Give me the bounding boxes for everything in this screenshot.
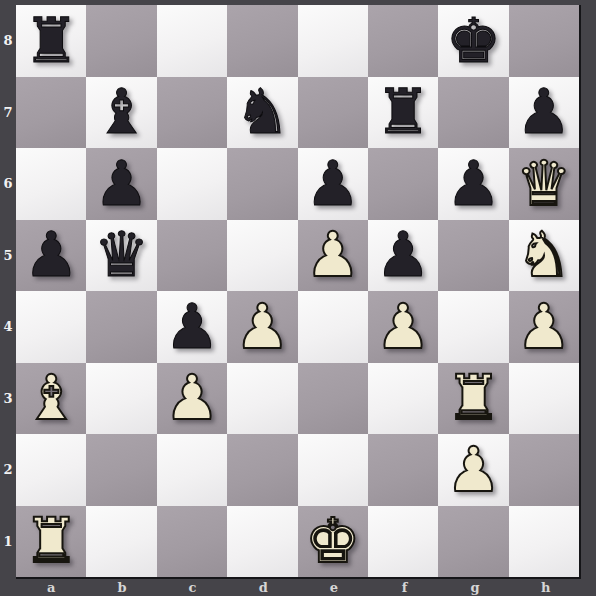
square-c7[interactable] [157,77,227,149]
file-labels: abcdefgh [16,579,581,596]
rank-label-8: 8 [0,5,16,77]
piece-white-pawn[interactable]: ♟ [516,296,572,358]
square-b8[interactable] [86,5,156,77]
square-c2[interactable] [157,434,227,506]
piece-white-knight[interactable]: ♞ [516,224,572,286]
piece-black-queen[interactable]: ♛ [94,224,150,286]
rank-labels: 87654321 [0,5,16,577]
square-g8[interactable]: ♚ [438,5,508,77]
square-h1[interactable] [509,506,579,578]
piece-black-pawn[interactable]: ♟ [94,153,150,215]
piece-white-pawn[interactable]: ♟ [164,367,220,429]
rank-label-1: 1 [0,506,16,578]
square-c8[interactable] [157,5,227,77]
square-h8[interactable] [509,5,579,77]
piece-white-bishop[interactable]: ♝ [23,367,79,429]
piece-white-pawn[interactable]: ♟ [446,439,502,501]
file-label-c: c [157,579,228,596]
square-a4[interactable] [16,291,86,363]
square-b1[interactable] [86,506,156,578]
square-h5[interactable]: ♞ [509,220,579,292]
piece-white-rook[interactable]: ♜ [446,367,502,429]
piece-black-rook[interactable]: ♜ [23,10,79,72]
square-a6[interactable] [16,148,86,220]
piece-white-pawn[interactable]: ♟ [235,296,291,358]
piece-black-rook[interactable]: ♜ [375,81,431,143]
square-d5[interactable] [227,220,297,292]
piece-black-pawn[interactable]: ♟ [164,296,220,358]
piece-black-king[interactable]: ♚ [446,10,502,72]
square-f3[interactable] [368,363,438,435]
square-e3[interactable] [298,363,368,435]
square-h3[interactable] [509,363,579,435]
square-f8[interactable] [368,5,438,77]
square-c6[interactable] [157,148,227,220]
square-d7[interactable]: ♞ [227,77,297,149]
rank-label-2: 2 [0,434,16,506]
piece-black-bishop[interactable]: ♝ [94,81,150,143]
square-e4[interactable] [298,291,368,363]
square-d8[interactable] [227,5,297,77]
chess-board-frame: 87654321 ♜♚♝♞♜♟♟♟♟♛♟♛♟♟♞♟♟♟♟♝♟♜♟♜♚ abcde… [0,0,596,596]
square-b7[interactable]: ♝ [86,77,156,149]
piece-white-pawn[interactable]: ♟ [375,296,431,358]
square-b2[interactable] [86,434,156,506]
piece-black-pawn[interactable]: ♟ [516,81,572,143]
square-h7[interactable]: ♟ [509,77,579,149]
square-c1[interactable] [157,506,227,578]
rank-label-4: 4 [0,291,16,363]
square-e8[interactable] [298,5,368,77]
square-e7[interactable] [298,77,368,149]
piece-black-pawn[interactable]: ♟ [446,153,502,215]
square-a8[interactable]: ♜ [16,5,86,77]
square-b3[interactable] [86,363,156,435]
square-c3[interactable]: ♟ [157,363,227,435]
piece-white-rook[interactable]: ♜ [23,510,79,572]
square-b5[interactable]: ♛ [86,220,156,292]
square-a5[interactable]: ♟ [16,220,86,292]
file-label-h: h [510,579,581,596]
file-label-g: g [440,579,511,596]
piece-white-queen[interactable]: ♛ [516,153,572,215]
square-e2[interactable] [298,434,368,506]
square-h2[interactable] [509,434,579,506]
piece-black-pawn[interactable]: ♟ [375,224,431,286]
piece-black-knight[interactable]: ♞ [235,81,291,143]
file-label-f: f [369,579,440,596]
piece-white-pawn[interactable]: ♟ [305,224,361,286]
file-label-a: a [16,579,87,596]
piece-black-pawn[interactable]: ♟ [23,224,79,286]
square-g2[interactable]: ♟ [438,434,508,506]
square-e6[interactable]: ♟ [298,148,368,220]
piece-white-king[interactable]: ♚ [305,510,361,572]
square-g1[interactable] [438,506,508,578]
square-c4[interactable]: ♟ [157,291,227,363]
square-g4[interactable] [438,291,508,363]
rank-label-7: 7 [0,77,16,149]
file-label-d: d [228,579,299,596]
square-g7[interactable] [438,77,508,149]
square-f5[interactable]: ♟ [368,220,438,292]
square-a1[interactable]: ♜ [16,506,86,578]
square-f2[interactable] [368,434,438,506]
square-d4[interactable]: ♟ [227,291,297,363]
square-a2[interactable] [16,434,86,506]
square-h6[interactable]: ♛ [509,148,579,220]
rank-label-3: 3 [0,363,16,435]
square-a3[interactable]: ♝ [16,363,86,435]
square-d2[interactable] [227,434,297,506]
square-c5[interactable] [157,220,227,292]
square-b4[interactable] [86,291,156,363]
square-f1[interactable] [368,506,438,578]
square-d6[interactable] [227,148,297,220]
square-f7[interactable]: ♜ [368,77,438,149]
square-d1[interactable] [227,506,297,578]
square-d3[interactable] [227,363,297,435]
square-g5[interactable] [438,220,508,292]
square-h4[interactable]: ♟ [509,291,579,363]
square-a7[interactable] [16,77,86,149]
chess-board: ♜♚♝♞♜♟♟♟♟♛♟♛♟♟♞♟♟♟♟♝♟♜♟♜♚ [16,5,581,579]
rank-label-5: 5 [0,220,16,292]
piece-black-pawn[interactable]: ♟ [305,153,361,215]
square-b6[interactable]: ♟ [86,148,156,220]
file-label-b: b [87,579,158,596]
square-e5[interactable]: ♟ [298,220,368,292]
square-f4[interactable]: ♟ [368,291,438,363]
square-g3[interactable]: ♜ [438,363,508,435]
file-label-e: e [299,579,370,596]
rank-label-6: 6 [0,148,16,220]
square-e1[interactable]: ♚ [298,506,368,578]
square-f6[interactable] [368,148,438,220]
square-g6[interactable]: ♟ [438,148,508,220]
